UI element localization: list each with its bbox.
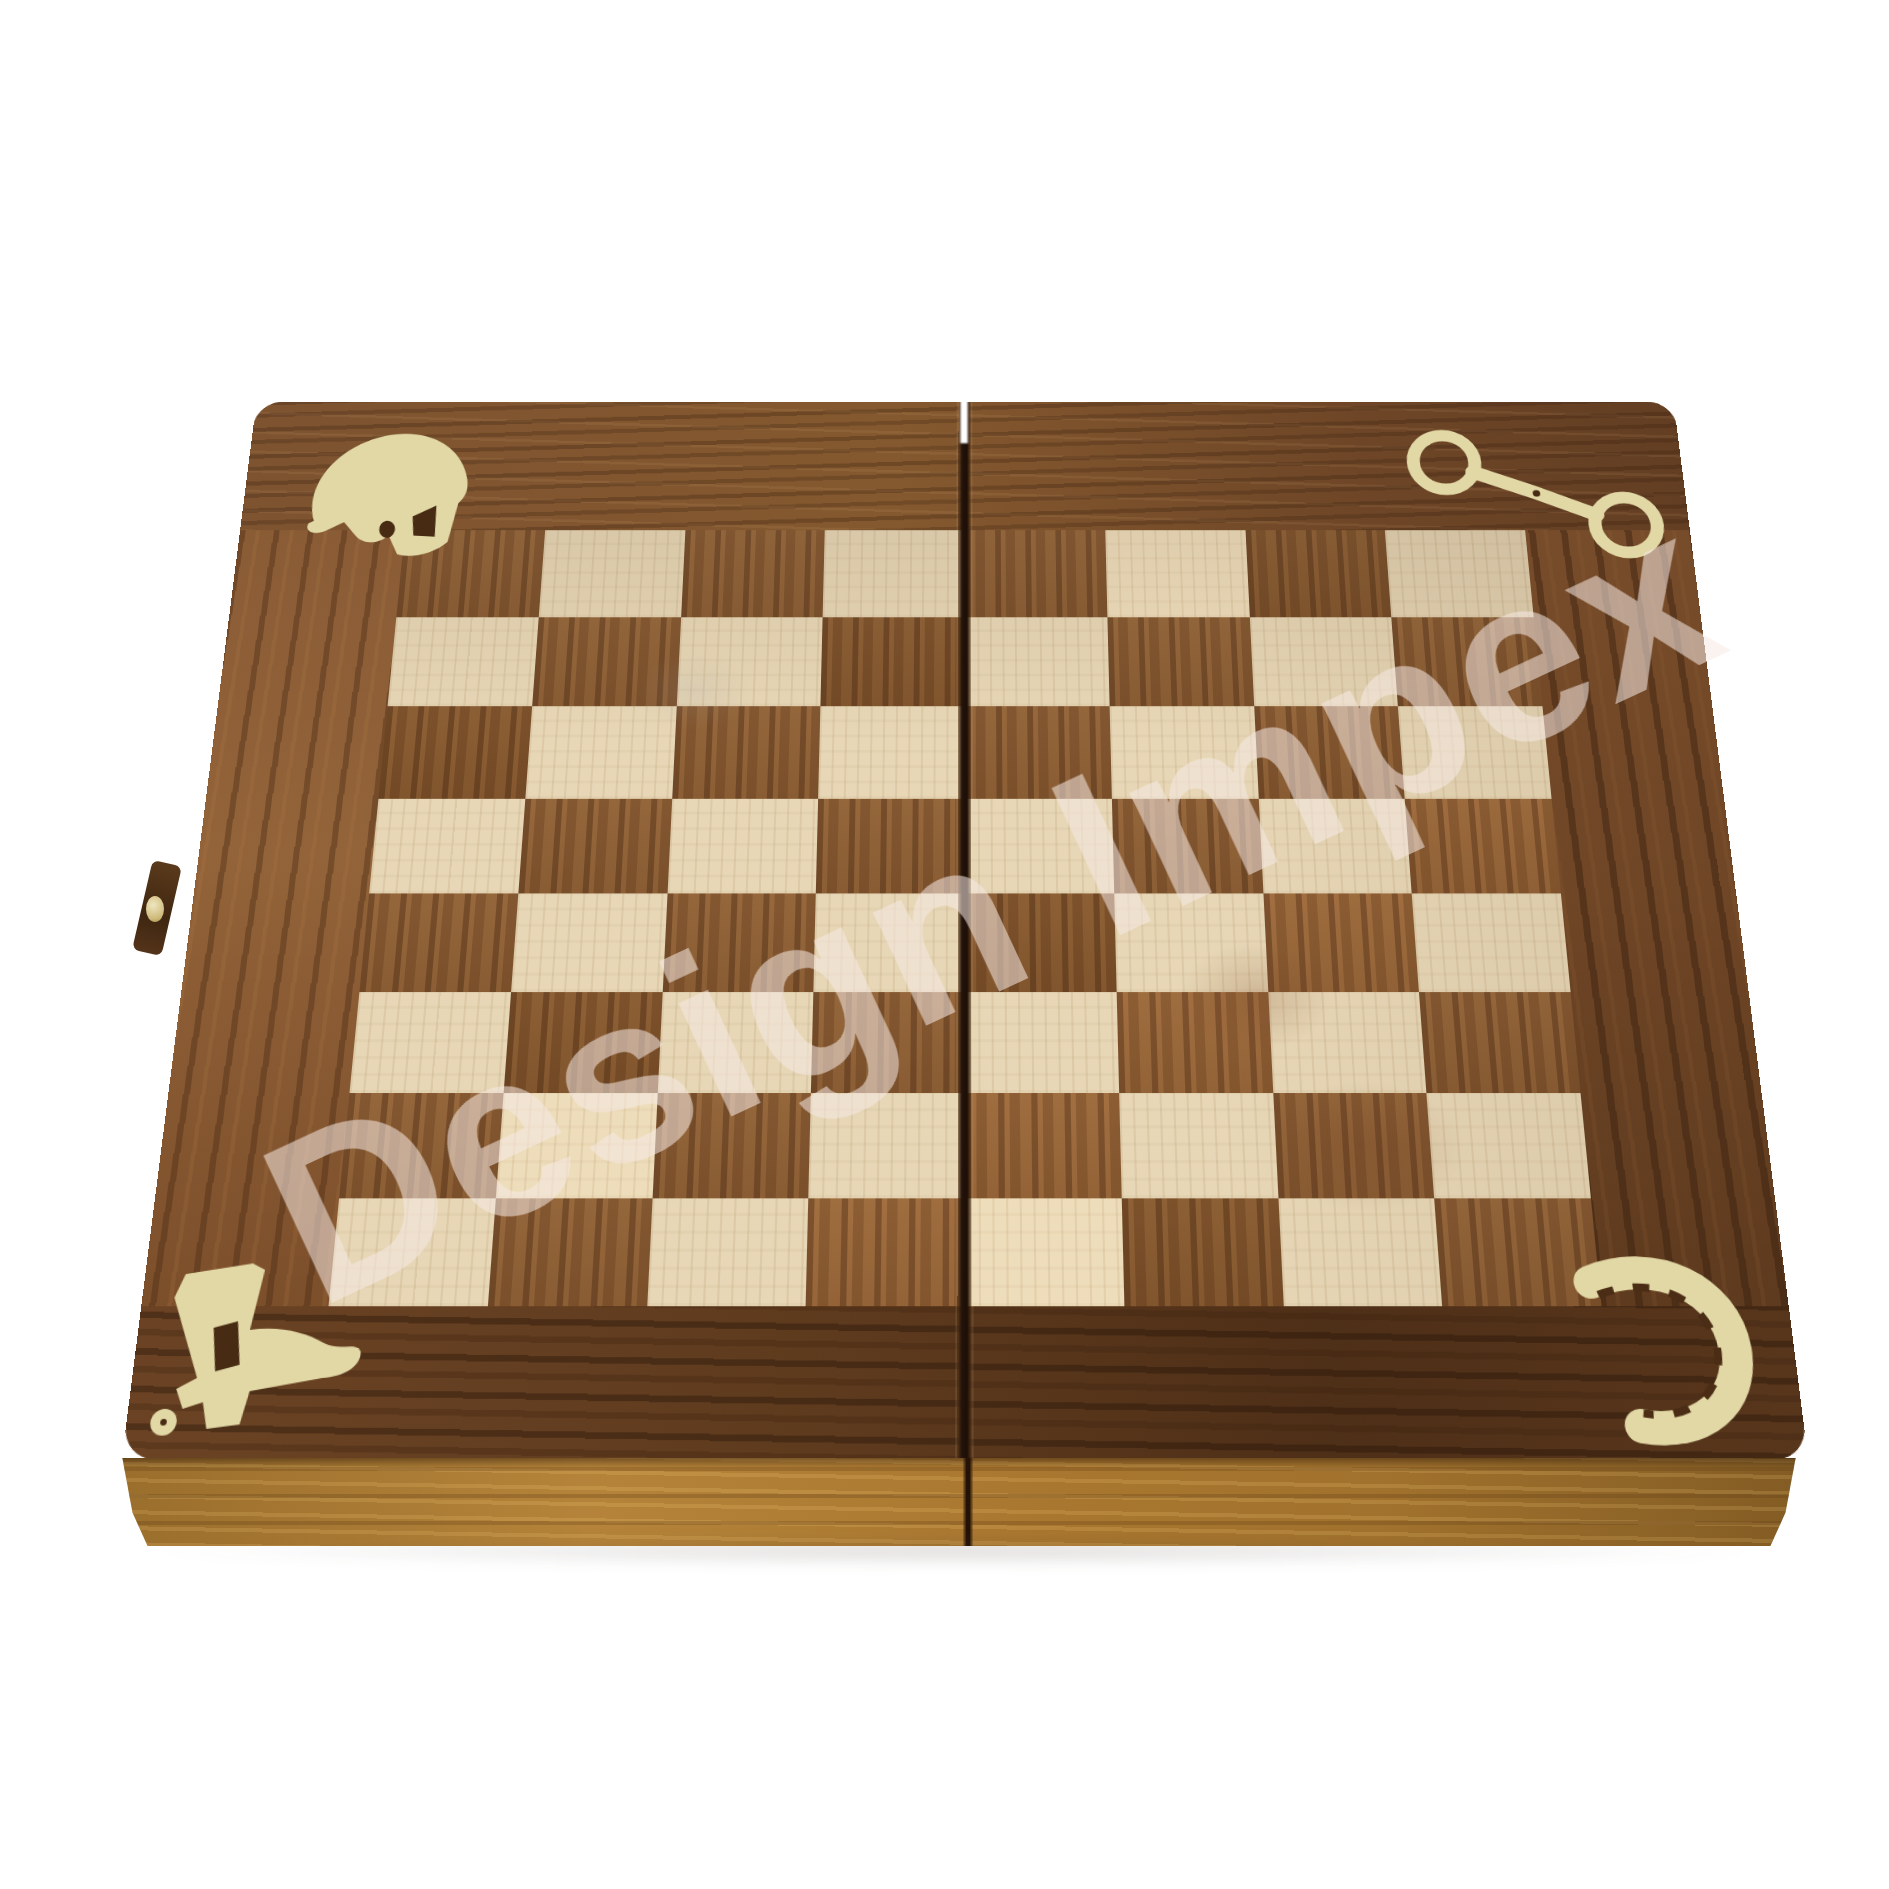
square-f3: [1116, 992, 1272, 1093]
square-h6: [1398, 706, 1551, 798]
square-f1: [1121, 1198, 1283, 1306]
square-g6: [1254, 706, 1405, 798]
square-g8: [1245, 530, 1391, 617]
square-e8: [965, 530, 1107, 617]
square-a4: [359, 893, 518, 991]
front-edge-fold-gap: [963, 1458, 973, 1546]
square-a5: [369, 798, 525, 893]
football-helmet-inlay: [296, 415, 481, 575]
square-c3: [657, 992, 813, 1093]
square-d8: [823, 530, 965, 617]
square-d4: [814, 893, 965, 991]
square-e2: [965, 1093, 1121, 1198]
square-h5: [1405, 798, 1561, 893]
square-b6: [525, 706, 676, 798]
horseshoe-inlay: [1525, 1244, 1782, 1457]
square-b5: [518, 798, 672, 893]
square-h4: [1412, 893, 1571, 991]
square-h3: [1419, 992, 1580, 1093]
square-g3: [1268, 992, 1427, 1093]
product-photo-scene: Design Impex: [0, 0, 1889, 1889]
square-c6: [672, 706, 821, 798]
clasp-latch: [134, 862, 180, 958]
square-f7: [1107, 617, 1254, 706]
snaffle-bit-inlay: [1398, 426, 1674, 564]
square-b1: [488, 1198, 652, 1306]
square-f2: [1119, 1093, 1278, 1198]
square-d2: [809, 1093, 965, 1198]
square-b8: [539, 530, 685, 617]
chessboard-top-face: [122, 402, 1808, 1460]
square-f6: [1109, 706, 1258, 798]
square-g2: [1273, 1093, 1435, 1198]
square-a6: [378, 706, 531, 798]
square-b2: [496, 1093, 658, 1198]
square-d7: [821, 617, 965, 706]
square-f8: [1105, 530, 1249, 617]
square-h7: [1391, 617, 1542, 706]
hinge-fold-gap: [957, 402, 971, 1460]
square-b7: [532, 617, 681, 706]
square-c5: [667, 798, 818, 893]
square-c8: [681, 530, 825, 617]
square-a3: [349, 992, 510, 1093]
square-g4: [1263, 893, 1419, 991]
square-e6: [965, 706, 1112, 798]
square-d5: [816, 798, 965, 893]
hinge-fold-notch: [960, 402, 967, 444]
square-e1: [965, 1198, 1124, 1306]
square-h2: [1427, 1093, 1591, 1198]
square-f4: [1114, 893, 1268, 991]
board-front-edge: [119, 1458, 1799, 1546]
square-b4: [511, 893, 667, 991]
square-d1: [806, 1198, 965, 1306]
square-g5: [1258, 798, 1412, 893]
square-g7: [1249, 617, 1398, 706]
square-b3: [503, 992, 662, 1093]
latch-pin: [146, 896, 164, 922]
square-e3: [965, 992, 1119, 1093]
square-d6: [818, 706, 965, 798]
square-c2: [652, 1093, 811, 1198]
square-d3: [811, 992, 965, 1093]
square-c4: [662, 893, 816, 991]
square-a2: [339, 1093, 503, 1198]
riding-boot-spur-inlay: [132, 1260, 379, 1448]
square-a7: [388, 617, 539, 706]
square-c1: [647, 1198, 809, 1306]
square-e5: [965, 798, 1114, 893]
square-f5: [1112, 798, 1263, 893]
square-c7: [676, 617, 823, 706]
square-e7: [965, 617, 1109, 706]
square-g1: [1278, 1198, 1442, 1306]
ground-shadow: [130, 1534, 1780, 1568]
square-e4: [965, 893, 1116, 991]
